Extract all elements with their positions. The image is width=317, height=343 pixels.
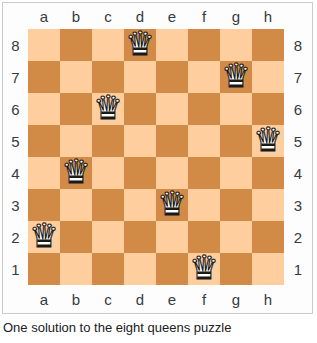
- square-g1: [220, 253, 252, 285]
- square-b7: [60, 61, 92, 93]
- file-label-h-top: h: [252, 3, 284, 29]
- chess-diagram-frame: abcdefgh8♛87♛76♛65♛54♛43♛32♛21♛1abcdefgh: [2, 2, 313, 314]
- white-queen-icon-g7: ♛: [221, 60, 251, 92]
- square-a4: [28, 157, 60, 189]
- rank-label-6-left: 6: [3, 93, 28, 125]
- square-a7: [28, 61, 60, 93]
- rank-label-8-left: 8: [3, 29, 28, 61]
- rank-label-1-right: 1: [284, 253, 312, 285]
- square-b8: [60, 29, 92, 61]
- file-label-h-bottom: h: [252, 285, 284, 313]
- square-g5: [220, 125, 252, 157]
- file-label-f-bottom: f: [188, 285, 220, 313]
- square-f6: [188, 93, 220, 125]
- file-label-b-bottom: b: [60, 285, 92, 313]
- square-a1: [28, 253, 60, 285]
- square-d4: [124, 157, 156, 189]
- file-label-e-bottom: e: [156, 285, 188, 313]
- square-d6: [124, 93, 156, 125]
- corner-top-right: [284, 3, 312, 29]
- file-label-b-top: b: [60, 3, 92, 29]
- square-a5: [28, 125, 60, 157]
- square-h3: [252, 189, 284, 221]
- square-d5: [124, 125, 156, 157]
- square-g2: [220, 221, 252, 253]
- square-h1: [252, 253, 284, 285]
- file-label-c-top: c: [92, 3, 124, 29]
- file-label-a-top: a: [28, 3, 60, 29]
- file-label-a-bottom: a: [28, 285, 60, 313]
- square-e7: [156, 61, 188, 93]
- white-queen-icon-c6: ♛: [93, 92, 123, 124]
- square-e3: ♛: [156, 189, 188, 221]
- rank-label-2-left: 2: [3, 221, 28, 253]
- rank-label-7-right: 7: [284, 61, 312, 93]
- square-d7: [124, 61, 156, 93]
- square-c5: [92, 125, 124, 157]
- white-queen-icon-f1: ♛: [189, 252, 219, 284]
- diagram-caption: One solution to the eight queens puzzle: [3, 320, 317, 335]
- rank-label-3-left: 3: [3, 189, 28, 221]
- square-c1: [92, 253, 124, 285]
- square-b4: ♛: [60, 157, 92, 189]
- file-label-c-bottom: c: [92, 285, 124, 313]
- square-d1: [124, 253, 156, 285]
- square-e6: [156, 93, 188, 125]
- square-a6: [28, 93, 60, 125]
- square-b6: [60, 93, 92, 125]
- square-f1: ♛: [188, 253, 220, 285]
- square-d2: [124, 221, 156, 253]
- square-f3: [188, 189, 220, 221]
- rank-label-2-right: 2: [284, 221, 312, 253]
- square-h2: [252, 221, 284, 253]
- square-f8: [188, 29, 220, 61]
- rank-label-8-right: 8: [284, 29, 312, 61]
- square-e2: [156, 221, 188, 253]
- rank-label-4-right: 4: [284, 157, 312, 189]
- white-queen-icon-e3: ♛: [157, 188, 187, 220]
- white-queen-icon-b4: ♛: [61, 156, 91, 188]
- square-e5: [156, 125, 188, 157]
- chessboard: abcdefgh8♛87♛76♛65♛54♛43♛32♛21♛1abcdefgh: [3, 3, 312, 313]
- square-b1: [60, 253, 92, 285]
- square-c4: [92, 157, 124, 189]
- square-g3: [220, 189, 252, 221]
- rank-label-5-left: 5: [3, 125, 28, 157]
- square-h5: ♛: [252, 125, 284, 157]
- square-c3: [92, 189, 124, 221]
- rank-label-5-right: 5: [284, 125, 312, 157]
- file-label-f-top: f: [188, 3, 220, 29]
- corner-top-left: [3, 3, 28, 29]
- square-e1: [156, 253, 188, 285]
- rank-label-1-left: 1: [3, 253, 28, 285]
- square-e8: [156, 29, 188, 61]
- square-h8: [252, 29, 284, 61]
- file-label-e-top: e: [156, 3, 188, 29]
- file-label-d-bottom: d: [124, 285, 156, 313]
- rank-label-4-left: 4: [3, 157, 28, 189]
- rank-label-6-right: 6: [284, 93, 312, 125]
- square-a2: ♛: [28, 221, 60, 253]
- white-queen-icon-h5: ♛: [253, 124, 283, 156]
- square-g6: [220, 93, 252, 125]
- white-queen-icon-d8: ♛: [125, 28, 155, 60]
- square-f7: [188, 61, 220, 93]
- corner-bottom-left: [3, 285, 28, 313]
- square-d8: ♛: [124, 29, 156, 61]
- square-g4: [220, 157, 252, 189]
- rank-label-7-left: 7: [3, 61, 28, 93]
- square-g7: ♛: [220, 61, 252, 93]
- file-label-g-top: g: [220, 3, 252, 29]
- square-b2: [60, 221, 92, 253]
- square-c8: [92, 29, 124, 61]
- square-a8: [28, 29, 60, 61]
- square-h7: [252, 61, 284, 93]
- square-f4: [188, 157, 220, 189]
- square-f5: [188, 125, 220, 157]
- corner-bottom-right: [284, 285, 312, 313]
- square-c2: [92, 221, 124, 253]
- rank-label-3-right: 3: [284, 189, 312, 221]
- square-c6: ♛: [92, 93, 124, 125]
- square-d3: [124, 189, 156, 221]
- white-queen-icon-a2: ♛: [29, 220, 59, 252]
- square-h4: [252, 157, 284, 189]
- file-label-g-bottom: g: [220, 285, 252, 313]
- square-b3: [60, 189, 92, 221]
